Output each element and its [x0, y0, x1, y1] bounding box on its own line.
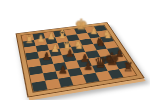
- piece-black-pawn: ♟: [65, 49, 74, 59]
- square-b1: [45, 79, 61, 90]
- board-frame: ♚♜♟♟♝♟♞♟♜♞♞♟♟♟♟♟♟♛♚♜: [16, 22, 145, 97]
- chess-board: ♚♜♟♟♝♟♞♟♜♞♞♟♟♟♟♟♟♛♚♜: [21, 25, 138, 93]
- board-tilt-wrapper: ♚♜♟♟♝♟♞♟♜♞♞♟♟♟♟♟♟♛♚♜: [16, 22, 148, 99]
- square-d4: ♟: [62, 54, 76, 62]
- chess-set-photo: ♚♜♟♟♝♟♞♟♜♞♞♟♟♟♟♟♟♛♚♜: [0, 0, 150, 100]
- square-b3: [41, 64, 56, 73]
- piece-black-pawn: ♟: [83, 61, 93, 72]
- square-f1: [95, 71, 111, 81]
- square-a1: [32, 81, 47, 92]
